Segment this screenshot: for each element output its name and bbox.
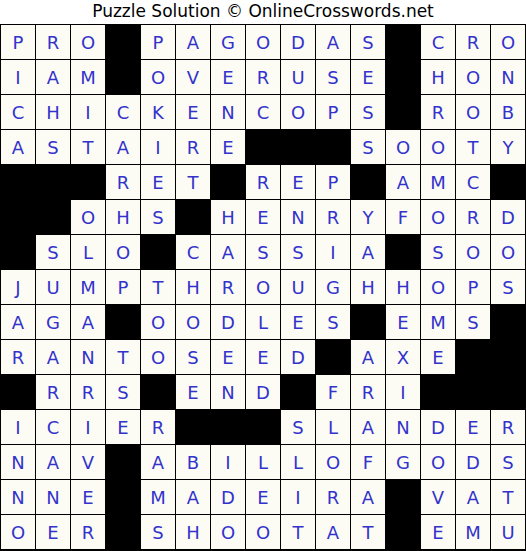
black-cell-r1c12 <box>386 25 421 60</box>
letter-cell-r10c5: O <box>141 340 176 375</box>
letter-cell-r13c11: F <box>351 445 386 480</box>
letter-cell-r6c12: F <box>386 200 421 235</box>
letter-cell-r9c13: M <box>421 305 456 340</box>
letter-cell-r8c1: J <box>1 270 36 305</box>
letter-cell-r9c8: L <box>246 305 281 340</box>
black-cell-r1c4 <box>106 25 141 60</box>
letter-cell-r7c6: C <box>176 235 211 270</box>
black-cell-r15c4 <box>106 515 141 550</box>
letter-cell-r12c4: E <box>106 410 141 445</box>
letter-cell-r6c4: H <box>106 200 141 235</box>
letter-cell-r10c12: X <box>386 340 421 375</box>
letter-cell-r14c9: I <box>281 480 316 515</box>
letter-cell-r9c6: O <box>176 305 211 340</box>
letter-cell-r1c5: P <box>141 25 176 60</box>
letter-cell-r10c8: E <box>246 340 281 375</box>
black-cell-r7c1 <box>1 235 36 270</box>
letter-cell-r14c2: N <box>36 480 71 515</box>
black-cell-r11c9 <box>281 375 316 410</box>
letter-cell-r7c2: S <box>36 235 71 270</box>
letter-cell-r2c7: E <box>211 60 246 95</box>
black-cell-r11c5 <box>141 375 176 410</box>
letter-cell-r7c11: A <box>351 235 386 270</box>
letter-cell-r10c6: S <box>176 340 211 375</box>
letter-cell-r8c6: H <box>176 270 211 305</box>
letter-cell-r13c8: L <box>246 445 281 480</box>
letter-cell-r2c9: U <box>281 60 316 95</box>
letter-cell-r1c11: S <box>351 25 386 60</box>
letter-cell-r2c14: O <box>456 60 491 95</box>
letter-cell-r14c6: A <box>176 480 211 515</box>
letter-cell-r14c3: E <box>71 480 106 515</box>
letter-cell-r12c11: A <box>351 410 386 445</box>
letter-cell-r5c14: C <box>456 165 491 200</box>
letter-cell-r11c4: S <box>106 375 141 410</box>
letter-cell-r8c10: G <box>316 270 351 305</box>
letter-cell-r15c2: E <box>36 515 71 550</box>
letter-cell-r12c9: S <box>281 410 316 445</box>
black-cell-r10c14 <box>456 340 491 375</box>
letter-cell-r6c8: E <box>246 200 281 235</box>
letter-cell-r10c7: E <box>211 340 246 375</box>
letter-cell-r13c3: V <box>71 445 106 480</box>
letter-cell-r8c3: M <box>71 270 106 305</box>
letter-cell-r8c13: O <box>421 270 456 305</box>
letter-cell-r6c10: R <box>316 200 351 235</box>
black-cell-r10c15 <box>491 340 526 375</box>
letter-cell-r12c13: D <box>421 410 456 445</box>
letter-cell-r9c5: O <box>141 305 176 340</box>
black-cell-r5c15 <box>491 165 526 200</box>
letter-cell-r15c6: H <box>176 515 211 550</box>
letter-cell-r2c13: H <box>421 60 456 95</box>
black-cell-r2c12 <box>386 60 421 95</box>
black-cell-r13c4 <box>106 445 141 480</box>
letter-cell-r12c5: R <box>141 410 176 445</box>
letter-cell-r7c9: S <box>281 235 316 270</box>
letter-cell-r5c5: E <box>141 165 176 200</box>
letter-cell-r7c8: S <box>246 235 281 270</box>
letter-cell-r14c7: D <box>211 480 246 515</box>
black-cell-r7c12 <box>386 235 421 270</box>
letter-cell-r8c4: P <box>106 270 141 305</box>
letter-cell-r10c11: A <box>351 340 386 375</box>
letter-cell-r6c11: Y <box>351 200 386 235</box>
letter-cell-r10c9: D <box>281 340 316 375</box>
letter-cell-r15c15: U <box>491 515 526 550</box>
letter-cell-r5c8: R <box>246 165 281 200</box>
letter-cell-r8c5: T <box>141 270 176 305</box>
black-cell-r4c8 <box>246 130 281 165</box>
black-cell-r9c15 <box>491 305 526 340</box>
letter-cell-r13c1: N <box>1 445 36 480</box>
letter-cell-r10c13: E <box>421 340 456 375</box>
letter-cell-r2c10: S <box>316 60 351 95</box>
letter-cell-r1c15: O <box>491 25 526 60</box>
black-cell-r14c4 <box>106 480 141 515</box>
letter-cell-r11c3: R <box>71 375 106 410</box>
letter-cell-r12c12: N <box>386 410 421 445</box>
letter-cell-r5c4: R <box>106 165 141 200</box>
letter-cell-r10c2: A <box>36 340 71 375</box>
letter-cell-r3c8: C <box>246 95 281 130</box>
black-cell-r10c10 <box>316 340 351 375</box>
letter-cell-r3c10: P <box>316 95 351 130</box>
letter-cell-r2c8: R <box>246 60 281 95</box>
black-cell-r5c3 <box>71 165 106 200</box>
letter-cell-r3c1: C <box>1 95 36 130</box>
letter-cell-r5c12: A <box>386 165 421 200</box>
black-cell-r12c8 <box>246 410 281 445</box>
black-cell-r9c4 <box>106 305 141 340</box>
letter-cell-r15c1: O <box>1 515 36 550</box>
letter-cell-r15c5: S <box>141 515 176 550</box>
letter-cell-r11c10: F <box>316 375 351 410</box>
letter-cell-r3c5: K <box>141 95 176 130</box>
black-cell-r5c11 <box>351 165 386 200</box>
letter-cell-r9c9: E <box>281 305 316 340</box>
black-cell-r9c11 <box>351 305 386 340</box>
letter-cell-r15c10: A <box>316 515 351 550</box>
letter-cell-r2c1: I <box>1 60 36 95</box>
letter-cell-r4c13: O <box>421 130 456 165</box>
letter-cell-r11c6: E <box>176 375 211 410</box>
letter-cell-r1c14: R <box>456 25 491 60</box>
letter-cell-r14c10: R <box>316 480 351 515</box>
letter-cell-r14c1: N <box>1 480 36 515</box>
letter-cell-r13c12: G <box>386 445 421 480</box>
letter-cell-r13c6: B <box>176 445 211 480</box>
letter-cell-r10c1: R <box>1 340 36 375</box>
letter-cell-r1c7: G <box>211 25 246 60</box>
page-title: Puzzle Solution © OnlineCrosswords.net <box>0 0 526 24</box>
black-cell-r4c10 <box>316 130 351 165</box>
black-cell-r4c9 <box>281 130 316 165</box>
letter-cell-r3c15: B <box>491 95 526 130</box>
letter-cell-r2c5: O <box>141 60 176 95</box>
black-cell-r6c1 <box>1 200 36 235</box>
letter-cell-r10c3: N <box>71 340 106 375</box>
letter-cell-r1c10: A <box>316 25 351 60</box>
letter-cell-r9c14: S <box>456 305 491 340</box>
black-cell-r7c5 <box>141 235 176 270</box>
letter-cell-r6c15: D <box>491 200 526 235</box>
letter-cell-r7c10: I <box>316 235 351 270</box>
letter-cell-r13c15: S <box>491 445 526 480</box>
letter-cell-r4c2: S <box>36 130 71 165</box>
black-cell-r12c7 <box>211 410 246 445</box>
letter-cell-r6c7: H <box>211 200 246 235</box>
black-cell-r11c14 <box>456 375 491 410</box>
letter-cell-r7c7: A <box>211 235 246 270</box>
letter-cell-r2c3: M <box>71 60 106 95</box>
letter-cell-r8c11: H <box>351 270 386 305</box>
letter-cell-r1c3: O <box>71 25 106 60</box>
letter-cell-r12c10: L <box>316 410 351 445</box>
letter-cell-r6c5: S <box>141 200 176 235</box>
letter-cell-r8c9: U <box>281 270 316 305</box>
letter-cell-r3c4: C <box>106 95 141 130</box>
puzzle-solution-page: Puzzle Solution © OnlineCrosswords.net P… <box>0 0 526 551</box>
letter-cell-r4c15: Y <box>491 130 526 165</box>
letter-cell-r13c9: L <box>281 445 316 480</box>
letter-cell-r6c3: O <box>71 200 106 235</box>
letter-cell-r15c7: O <box>211 515 246 550</box>
letter-cell-r11c2: R <box>36 375 71 410</box>
letter-cell-r5c9: E <box>281 165 316 200</box>
letter-cell-r1c1: P <box>1 25 36 60</box>
letter-cell-r15c9: T <box>281 515 316 550</box>
letter-cell-r4c11: S <box>351 130 386 165</box>
letter-cell-r3c2: H <box>36 95 71 130</box>
letter-cell-r9c10: S <box>316 305 351 340</box>
letter-cell-r14c11: A <box>351 480 386 515</box>
black-cell-r3c12 <box>386 95 421 130</box>
letter-cell-r7c13: S <box>421 235 456 270</box>
letter-cell-r7c15: O <box>491 235 526 270</box>
letter-cell-r7c14: O <box>456 235 491 270</box>
letter-cell-r13c13: O <box>421 445 456 480</box>
black-cell-r5c7 <box>211 165 246 200</box>
letter-cell-r3c13: R <box>421 95 456 130</box>
letter-cell-r6c14: R <box>456 200 491 235</box>
letter-cell-r11c8: D <box>246 375 281 410</box>
black-cell-r2c4 <box>106 60 141 95</box>
letter-cell-r4c14: T <box>456 130 491 165</box>
black-cell-r6c2 <box>36 200 71 235</box>
letter-cell-r14c14: A <box>456 480 491 515</box>
letter-cell-r3c3: I <box>71 95 106 130</box>
letter-cell-r1c6: A <box>176 25 211 60</box>
letter-cell-r7c3: L <box>71 235 106 270</box>
letter-cell-r12c15: R <box>491 410 526 445</box>
black-cell-r6c6 <box>176 200 211 235</box>
letter-cell-r15c14: M <box>456 515 491 550</box>
letter-cell-r8c12: H <box>386 270 421 305</box>
letter-cell-r11c12: I <box>386 375 421 410</box>
letter-cell-r9c3: A <box>71 305 106 340</box>
crossword-grid: PROPAGODASCROIAMOVERUSEHONCHICKENCOPSROB… <box>0 24 526 551</box>
letter-cell-r13c10: O <box>316 445 351 480</box>
letter-cell-r3c11: S <box>351 95 386 130</box>
letter-cell-r13c7: I <box>211 445 246 480</box>
letter-cell-r4c4: A <box>106 130 141 165</box>
letter-cell-r8c15: S <box>491 270 526 305</box>
letter-cell-r8c14: P <box>456 270 491 305</box>
letter-cell-r7c4: O <box>106 235 141 270</box>
letter-cell-r10c4: T <box>106 340 141 375</box>
letter-cell-r12c1: I <box>1 410 36 445</box>
letter-cell-r3c9: O <box>281 95 316 130</box>
letter-cell-r13c14: D <box>456 445 491 480</box>
letter-cell-r4c5: I <box>141 130 176 165</box>
letter-cell-r9c2: G <box>36 305 71 340</box>
letter-cell-r5c6: T <box>176 165 211 200</box>
letter-cell-r3c7: N <box>211 95 246 130</box>
black-cell-r11c1 <box>1 375 36 410</box>
letter-cell-r9c1: A <box>1 305 36 340</box>
letter-cell-r8c2: U <box>36 270 71 305</box>
letter-cell-r4c12: O <box>386 130 421 165</box>
letter-cell-r4c1: A <box>1 130 36 165</box>
letter-cell-r4c7: E <box>211 130 246 165</box>
black-cell-r5c1 <box>1 165 36 200</box>
letter-cell-r1c2: R <box>36 25 71 60</box>
black-cell-r11c15 <box>491 375 526 410</box>
letter-cell-r4c6: R <box>176 130 211 165</box>
black-cell-r12c6 <box>176 410 211 445</box>
letter-cell-r15c3: R <box>71 515 106 550</box>
letter-cell-r14c5: M <box>141 480 176 515</box>
letter-cell-r2c2: A <box>36 60 71 95</box>
letter-cell-r13c5: A <box>141 445 176 480</box>
letter-cell-r5c13: M <box>421 165 456 200</box>
letter-cell-r14c8: E <box>246 480 281 515</box>
letter-cell-r15c8: O <box>246 515 281 550</box>
letter-cell-r13c2: A <box>36 445 71 480</box>
letter-cell-r2c15: N <box>491 60 526 95</box>
letter-cell-r8c7: R <box>211 270 246 305</box>
letter-cell-r8c8: O <box>246 270 281 305</box>
letter-cell-r12c3: I <box>71 410 106 445</box>
letter-cell-r12c2: C <box>36 410 71 445</box>
letter-cell-r2c6: V <box>176 60 211 95</box>
black-cell-r11c13 <box>421 375 456 410</box>
letter-cell-r3c6: E <box>176 95 211 130</box>
letter-cell-r5c10: P <box>316 165 351 200</box>
letter-cell-r6c13: O <box>421 200 456 235</box>
black-cell-r14c12 <box>386 480 421 515</box>
letter-cell-r9c12: E <box>386 305 421 340</box>
letter-cell-r12c14: E <box>456 410 491 445</box>
letter-cell-r14c13: V <box>421 480 456 515</box>
black-cell-r15c12 <box>386 515 421 550</box>
letter-cell-r3c14: O <box>456 95 491 130</box>
letter-cell-r2c11: E <box>351 60 386 95</box>
letter-cell-r11c7: N <box>211 375 246 410</box>
letter-cell-r4c3: T <box>71 130 106 165</box>
letter-cell-r14c15: T <box>491 480 526 515</box>
black-cell-r5c2 <box>36 165 71 200</box>
letter-cell-r6c9: N <box>281 200 316 235</box>
letter-cell-r1c9: D <box>281 25 316 60</box>
letter-cell-r1c8: O <box>246 25 281 60</box>
letter-cell-r1c13: C <box>421 25 456 60</box>
letter-cell-r15c13: E <box>421 515 456 550</box>
letter-cell-r15c11: T <box>351 515 386 550</box>
letter-cell-r11c11: R <box>351 375 386 410</box>
letter-cell-r9c7: D <box>211 305 246 340</box>
